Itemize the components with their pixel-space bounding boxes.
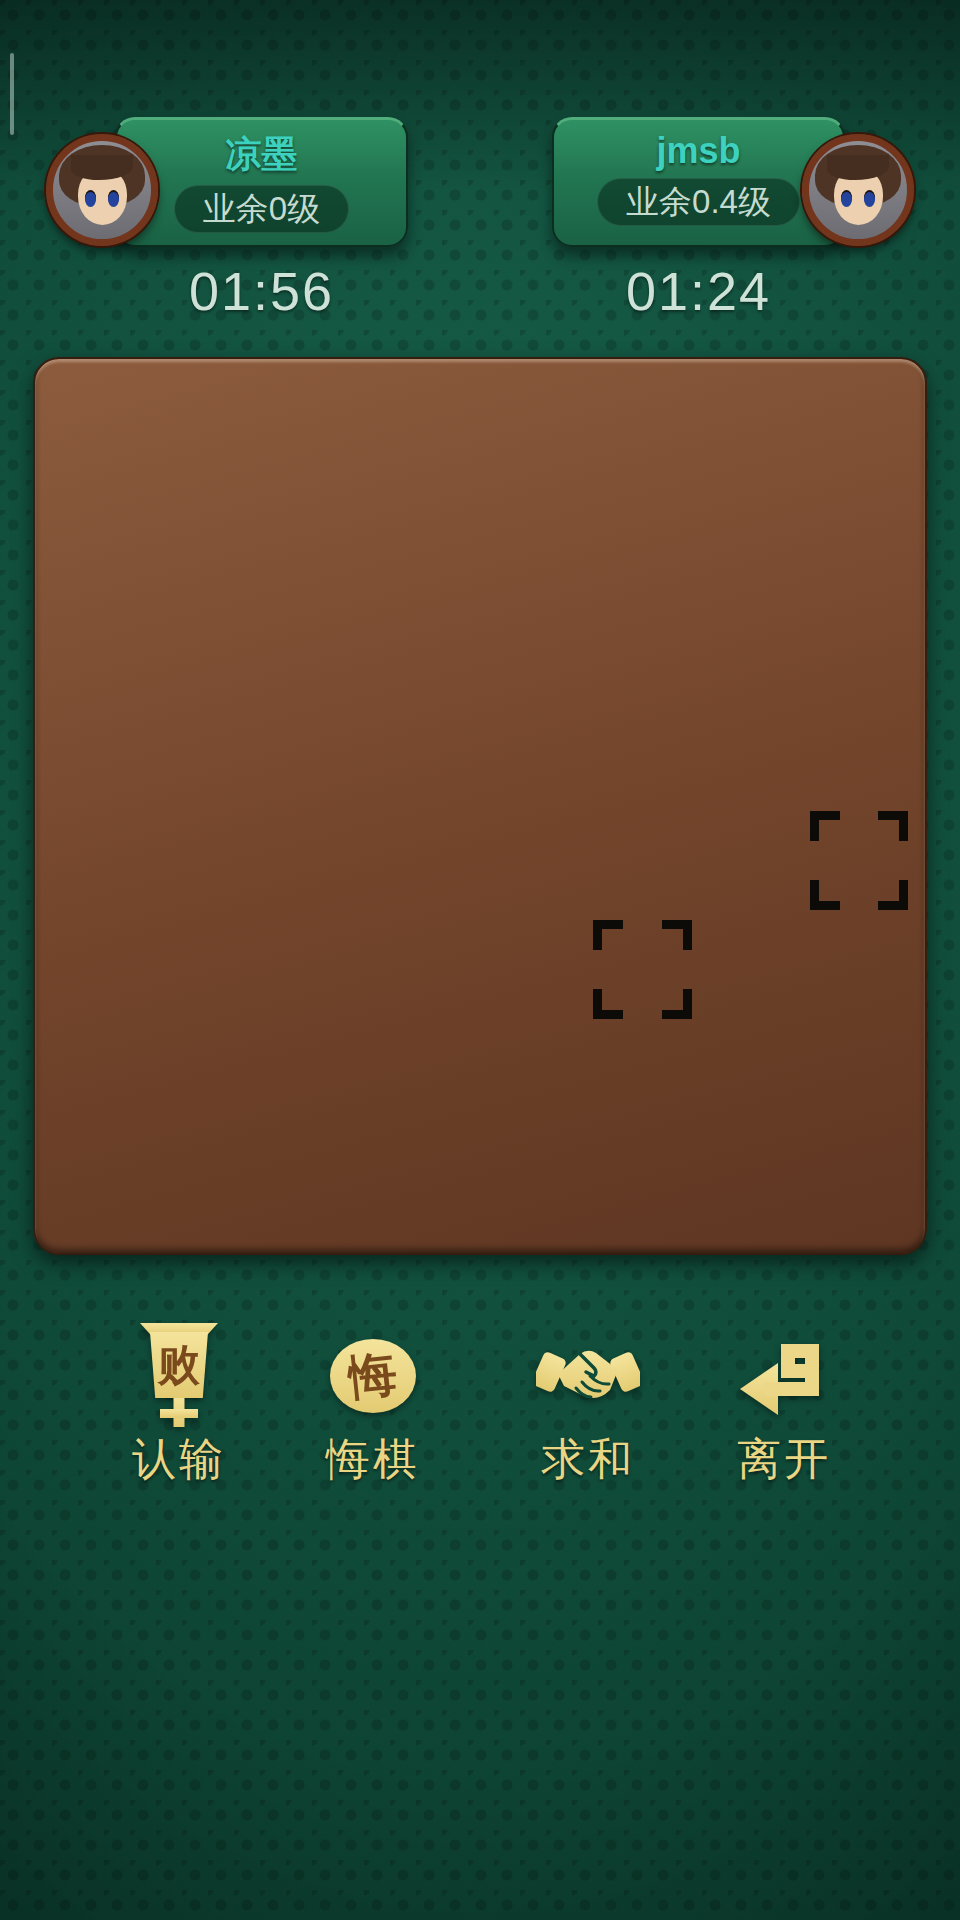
player-panel-left: 凉墨 业余0级	[115, 117, 408, 247]
chess-board-frame	[33, 357, 927, 1255]
player-panel-right: jmsb 业余0.4级	[552, 117, 845, 247]
player-name-right: jmsb	[656, 130, 740, 172]
last-move-to-highlight	[878, 880, 908, 910]
player-level-right: 业余0.4级	[626, 180, 771, 225]
last-move-from-highlight	[593, 920, 623, 950]
player-level-pill-left: 业余0级	[174, 185, 349, 233]
last-move-to-highlight	[810, 811, 840, 841]
player-name-left: 凉墨	[226, 130, 298, 179]
draw-offer-label: 求和	[541, 1430, 635, 1489]
undo-button[interactable]: 悔 悔棋	[273, 1322, 473, 1502]
avatar-right[interactable]	[802, 134, 914, 246]
avatar-eye	[108, 192, 119, 207]
leave-button[interactable]: 离开	[684, 1322, 884, 1502]
game-toolbar: 败 认输 悔 悔棋	[0, 1322, 960, 1502]
last-move-to-highlight	[878, 811, 908, 841]
last-move-from-highlight	[662, 989, 692, 1019]
resign-label: 认输	[132, 1430, 226, 1489]
handshake-draw-icon	[536, 1322, 640, 1430]
undo-label: 悔棋	[326, 1430, 420, 1489]
draw-offer-button[interactable]: 求和	[488, 1322, 688, 1502]
timer-left: 01:56	[115, 260, 408, 322]
last-move-from-highlight	[662, 920, 692, 950]
player-level-left: 业余0级	[203, 187, 320, 232]
screen-edge-handle	[10, 53, 14, 135]
last-move-to-highlight	[810, 880, 840, 910]
resign-button[interactable]: 败 认输	[79, 1322, 279, 1502]
avatar-eye	[864, 192, 875, 207]
timer-right: 01:24	[552, 260, 845, 322]
leave-arrow-icon	[738, 1322, 830, 1430]
avatar-left[interactable]	[46, 134, 158, 246]
undo-move-icon: 悔	[330, 1322, 416, 1430]
last-move-from-highlight	[593, 989, 623, 1019]
leave-label: 离开	[737, 1430, 831, 1489]
resign-flag-icon: 败	[136, 1322, 222, 1430]
player-level-pill-right: 业余0.4级	[597, 178, 800, 226]
